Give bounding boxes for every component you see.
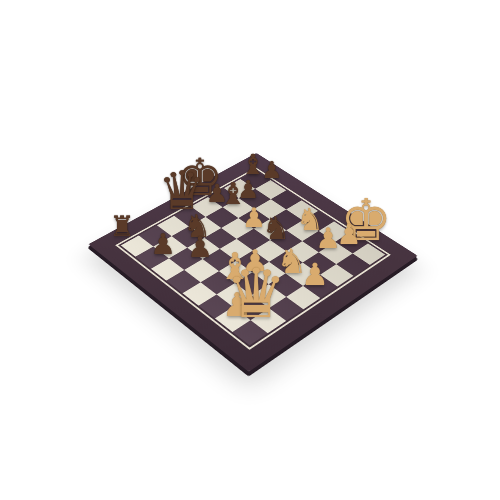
piece-black-pawn-h7[interactable]: ♟	[262, 158, 283, 181]
piece-black-rook-a8[interactable]: ♜	[109, 213, 134, 241]
piece-white-queen-a1[interactable]: ♛	[225, 260, 286, 328]
pieces-layer: ♝♟♚♟♟♝♛♟♞♜♞♞♚♟♟♟♟♟♞♝♟♟♛	[0, 0, 500, 500]
piece-white-pawn-g3[interactable]: ♟	[315, 225, 340, 253]
chess-set-photo: ♝♟♚♟♟♝♛♟♞♜♞♞♚♟♟♟♟♟♞♝♟♟♛	[0, 0, 500, 500]
piece-black-knight-e4[interactable]: ♞	[262, 213, 290, 244]
piece-white-pawn-d1[interactable]: ♟	[301, 260, 328, 291]
piece-black-pawn-a6[interactable]: ♟	[150, 231, 176, 260]
piece-black-pawn-b5[interactable]: ♟	[187, 233, 213, 262]
